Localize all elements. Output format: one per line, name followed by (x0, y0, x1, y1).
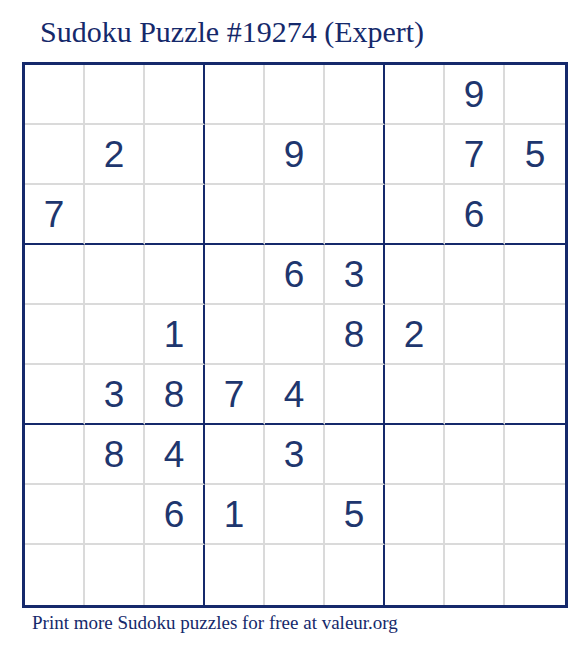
cell-r8c5[interactable] (265, 485, 325, 545)
cell-r4c1[interactable] (25, 245, 85, 305)
cell-r1c1[interactable] (25, 65, 85, 125)
page-title: Sudoku Puzzle #19274 (Expert) (40, 15, 424, 49)
cell-r8c2[interactable] (85, 485, 145, 545)
cell-r1c4[interactable] (205, 65, 265, 125)
cell-r3c2[interactable] (85, 185, 145, 245)
cell-r5c7-given[interactable]: 2 (385, 305, 445, 365)
cell-r8c9[interactable] (505, 485, 565, 545)
cell-r7c6[interactable] (325, 425, 385, 485)
cell-r9c8[interactable] (445, 545, 505, 605)
cell-r2c9-given[interactable]: 5 (505, 125, 565, 185)
cell-r8c3-given[interactable]: 6 (145, 485, 205, 545)
footer-text: Print more Sudoku puzzles for free at va… (32, 612, 398, 634)
cell-r3c8-given[interactable]: 6 (445, 185, 505, 245)
cell-r4c7[interactable] (385, 245, 445, 305)
cell-r6c5-given[interactable]: 4 (265, 365, 325, 425)
cell-r6c3-given[interactable]: 8 (145, 365, 205, 425)
cell-r5c5[interactable] (265, 305, 325, 365)
sudoku-board: 9297576631823874843615 (22, 62, 568, 608)
cell-r7c3-given[interactable]: 4 (145, 425, 205, 485)
cell-r6c7[interactable] (385, 365, 445, 425)
cell-r4c3[interactable] (145, 245, 205, 305)
cell-r1c6[interactable] (325, 65, 385, 125)
cell-r5c2[interactable] (85, 305, 145, 365)
cell-r9c5[interactable] (265, 545, 325, 605)
cell-r7c1[interactable] (25, 425, 85, 485)
cell-r9c2[interactable] (85, 545, 145, 605)
cell-r7c7[interactable] (385, 425, 445, 485)
cell-r5c6-given[interactable]: 8 (325, 305, 385, 365)
cell-r1c5[interactable] (265, 65, 325, 125)
cell-r6c8[interactable] (445, 365, 505, 425)
cell-r2c1[interactable] (25, 125, 85, 185)
cell-r4c6-given[interactable]: 3 (325, 245, 385, 305)
cell-r1c8-given[interactable]: 9 (445, 65, 505, 125)
cell-r2c5-given[interactable]: 9 (265, 125, 325, 185)
cell-r7c9[interactable] (505, 425, 565, 485)
cell-r5c9[interactable] (505, 305, 565, 365)
cell-r7c8[interactable] (445, 425, 505, 485)
cell-r8c6-given[interactable]: 5 (325, 485, 385, 545)
cell-r4c5-given[interactable]: 6 (265, 245, 325, 305)
cell-r2c3[interactable] (145, 125, 205, 185)
cell-r6c9[interactable] (505, 365, 565, 425)
cell-r6c2-given[interactable]: 3 (85, 365, 145, 425)
cell-r1c7[interactable] (385, 65, 445, 125)
cell-r2c8-given[interactable]: 7 (445, 125, 505, 185)
cell-r4c9[interactable] (505, 245, 565, 305)
cell-r8c4-given[interactable]: 1 (205, 485, 265, 545)
cell-r3c4[interactable] (205, 185, 265, 245)
cell-r9c6[interactable] (325, 545, 385, 605)
cell-r2c2-given[interactable]: 2 (85, 125, 145, 185)
cell-r3c9[interactable] (505, 185, 565, 245)
cell-r3c7[interactable] (385, 185, 445, 245)
cell-r4c2[interactable] (85, 245, 145, 305)
cell-r5c1[interactable] (25, 305, 85, 365)
cell-r8c1[interactable] (25, 485, 85, 545)
cell-r6c1[interactable] (25, 365, 85, 425)
cell-r5c8[interactable] (445, 305, 505, 365)
cell-r9c9[interactable] (505, 545, 565, 605)
cell-r2c7[interactable] (385, 125, 445, 185)
cell-r7c4[interactable] (205, 425, 265, 485)
cell-r3c3[interactable] (145, 185, 205, 245)
cell-r4c8[interactable] (445, 245, 505, 305)
cell-r5c3-given[interactable]: 1 (145, 305, 205, 365)
cell-r6c6[interactable] (325, 365, 385, 425)
cell-r1c9[interactable] (505, 65, 565, 125)
cell-r6c4-given[interactable]: 7 (205, 365, 265, 425)
cell-r3c5[interactable] (265, 185, 325, 245)
cell-r7c5-given[interactable]: 3 (265, 425, 325, 485)
cell-r8c7[interactable] (385, 485, 445, 545)
cell-r8c8[interactable] (445, 485, 505, 545)
cell-r4c4[interactable] (205, 245, 265, 305)
cell-r3c6[interactable] (325, 185, 385, 245)
cell-r1c2[interactable] (85, 65, 145, 125)
cell-r1c3[interactable] (145, 65, 205, 125)
cell-r2c4[interactable] (205, 125, 265, 185)
cell-r2c6[interactable] (325, 125, 385, 185)
cell-r5c4[interactable] (205, 305, 265, 365)
cell-r9c4[interactable] (205, 545, 265, 605)
cell-r9c3[interactable] (145, 545, 205, 605)
cell-r9c7[interactable] (385, 545, 445, 605)
cell-r7c2-given[interactable]: 8 (85, 425, 145, 485)
cell-r9c1[interactable] (25, 545, 85, 605)
cell-r3c1-given[interactable]: 7 (25, 185, 85, 245)
